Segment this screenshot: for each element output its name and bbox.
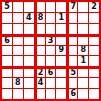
sudoku-cell-r2c6[interactable]: 1 <box>56 13 66 23</box>
sudoku-cell-r4c9[interactable] <box>89 35 99 45</box>
sudoku-cell-r9c7[interactable]: 6 <box>67 89 77 99</box>
sudoku-cell-r4c7[interactable] <box>67 35 77 45</box>
sudoku-cell-r4c1[interactable]: 6 <box>2 35 12 45</box>
sudoku-cell-r9c6[interactable] <box>56 89 66 99</box>
sudoku-cell-r8c1[interactable] <box>2 78 12 88</box>
sudoku-cell-r5c9[interactable] <box>89 46 99 56</box>
sudoku-cell-r2c5[interactable] <box>46 13 56 23</box>
sudoku-board: 57248163981265846 <box>0 0 101 101</box>
sudoku-cell-r9c3[interactable] <box>24 89 34 99</box>
sudoku-cell-r1c2[interactable] <box>13 2 23 12</box>
sudoku-cell-r7c3[interactable] <box>24 67 34 77</box>
sudoku-cell-r2c2[interactable] <box>13 13 23 23</box>
sudoku-cell-r1c8[interactable] <box>78 2 88 12</box>
sudoku-cell-r4c4[interactable] <box>35 35 45 45</box>
sudoku-cell-r2c4[interactable]: 8 <box>35 13 45 23</box>
sudoku-cell-r3c4[interactable] <box>35 24 45 34</box>
sudoku-cell-r6c4[interactable] <box>35 56 45 66</box>
sudoku-cell-r7c2[interactable] <box>13 67 23 77</box>
sudoku-cell-r5c7[interactable] <box>67 46 77 56</box>
sudoku-cell-r2c9[interactable] <box>89 13 99 23</box>
sudoku-cell-r1c3[interactable] <box>24 2 34 12</box>
sudoku-cell-r3c7[interactable] <box>67 24 77 34</box>
sudoku-cell-r9c8[interactable] <box>78 89 88 99</box>
sudoku-cell-r3c6[interactable] <box>56 24 66 34</box>
sudoku-cell-r8c7[interactable] <box>67 78 77 88</box>
sudoku-cell-r2c1[interactable] <box>2 13 12 23</box>
sudoku-cell-r8c8[interactable] <box>78 78 88 88</box>
sudoku-cell-r7c7[interactable]: 5 <box>67 67 77 77</box>
sudoku-cell-r3c8[interactable] <box>78 24 88 34</box>
sudoku-cell-r2c8[interactable] <box>78 13 88 23</box>
sudoku-cell-r8c2[interactable]: 8 <box>13 78 23 88</box>
sudoku-cell-r6c3[interactable] <box>24 56 34 66</box>
sudoku-cell-r1c6[interactable] <box>56 2 66 12</box>
sudoku-cell-r3c9[interactable] <box>89 24 99 34</box>
sudoku-cell-r6c2[interactable] <box>13 56 23 66</box>
sudoku-cell-r3c1[interactable] <box>2 24 12 34</box>
sudoku-cell-r4c2[interactable] <box>13 35 23 45</box>
sudoku-cell-r6c1[interactable] <box>2 56 12 66</box>
sudoku-cell-r4c3[interactable] <box>24 35 34 45</box>
sudoku-cell-r5c4[interactable] <box>35 46 45 56</box>
sudoku-cell-r8c5[interactable] <box>46 78 56 88</box>
sudoku-cell-r6c5[interactable] <box>46 56 56 66</box>
sudoku-cell-r3c3[interactable] <box>24 24 34 34</box>
sudoku-cell-r9c2[interactable] <box>13 89 23 99</box>
sudoku-cell-r7c4[interactable]: 2 <box>35 67 45 77</box>
sudoku-cell-r7c9[interactable] <box>89 67 99 77</box>
sudoku-cell-r1c1[interactable]: 5 <box>2 2 12 12</box>
sudoku-cell-r1c4[interactable] <box>35 2 45 12</box>
sudoku-cell-r7c6[interactable] <box>56 67 66 77</box>
sudoku-cell-r5c8[interactable]: 8 <box>78 46 88 56</box>
sudoku-cell-r1c7[interactable]: 7 <box>67 2 77 12</box>
sudoku-cell-r4c5[interactable]: 3 <box>46 35 56 45</box>
sudoku-cell-r3c5[interactable] <box>46 24 56 34</box>
sudoku-cell-r5c5[interactable] <box>46 46 56 56</box>
sudoku-cell-r5c3[interactable] <box>24 46 34 56</box>
sudoku-cell-r4c8[interactable] <box>78 35 88 45</box>
sudoku-cell-r7c8[interactable] <box>78 67 88 77</box>
sudoku-cell-r7c1[interactable] <box>2 67 12 77</box>
sudoku-cell-r9c5[interactable] <box>46 89 56 99</box>
sudoku-cell-r8c4[interactable]: 4 <box>35 78 45 88</box>
sudoku-cell-r6c9[interactable] <box>89 56 99 66</box>
sudoku-cell-r8c6[interactable] <box>56 78 66 88</box>
sudoku-cell-r3c2[interactable] <box>13 24 23 34</box>
sudoku-cell-r9c9[interactable] <box>89 89 99 99</box>
sudoku-cell-r2c7[interactable] <box>67 13 77 23</box>
sudoku-cell-r5c6[interactable]: 9 <box>56 46 66 56</box>
sudoku-cell-r6c7[interactable] <box>67 56 77 66</box>
sudoku-cell-r5c2[interactable] <box>13 46 23 56</box>
sudoku-cell-r9c4[interactable] <box>35 89 45 99</box>
sudoku-cell-r7c5[interactable]: 6 <box>46 67 56 77</box>
sudoku-cell-r9c1[interactable] <box>2 89 12 99</box>
sudoku-cell-r8c9[interactable] <box>89 78 99 88</box>
sudoku-cell-r6c6[interactable] <box>56 56 66 66</box>
sudoku-cell-r6c8[interactable]: 1 <box>78 56 88 66</box>
sudoku-cell-r1c5[interactable] <box>46 2 56 12</box>
sudoku-cell-r4c6[interactable] <box>56 35 66 45</box>
sudoku-cell-r2c3[interactable]: 4 <box>24 13 34 23</box>
sudoku-cell-r8c3[interactable] <box>24 78 34 88</box>
sudoku-cell-r1c9[interactable]: 2 <box>89 2 99 12</box>
sudoku-cell-r5c1[interactable] <box>2 46 12 56</box>
